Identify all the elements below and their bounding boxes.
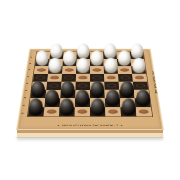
square-d5[interactable] — [76, 74, 90, 82]
square-b4[interactable] — [46, 82, 61, 90]
black-piece-g3[interactable] — [120, 81, 134, 98]
egg-engraving — [138, 110, 149, 114]
square-e1[interactable] — [90, 107, 106, 116]
white-piece-h6[interactable] — [132, 58, 145, 74]
square-e6[interactable] — [90, 66, 104, 74]
square-h5[interactable] — [132, 74, 147, 82]
egg-engraving — [108, 110, 118, 114]
square-h2[interactable] — [135, 98, 151, 107]
black-piece-h2[interactable] — [136, 89, 150, 106]
board-grid — [27, 52, 153, 117]
square-e7[interactable] — [90, 59, 104, 66]
square-h6[interactable] — [131, 66, 146, 74]
square-b2[interactable] — [44, 98, 60, 107]
checkers-board: ✳WWW.VELYKINIAISACHMATAI.LT✳ WWW.VELYKIN… — [16, 49, 164, 130]
square-g3[interactable] — [119, 90, 134, 98]
egg-engraving — [50, 76, 60, 79]
egg-engraving — [135, 76, 145, 79]
black-piece-e3[interactable] — [90, 81, 104, 98]
white-piece-h8[interactable] — [131, 43, 144, 58]
black-piece-a3[interactable] — [31, 81, 45, 98]
square-c6[interactable] — [62, 66, 76, 74]
square-g7[interactable] — [117, 59, 131, 66]
square-b6[interactable] — [48, 66, 63, 74]
egg-engraving — [49, 84, 59, 88]
bottom-frame-label: ✳WWW.VELYKINIAISACHMATAI.LT✳ — [47, 124, 132, 127]
square-c1[interactable] — [59, 107, 75, 116]
egg-engraving — [92, 76, 101, 79]
egg-engraving — [120, 68, 129, 71]
square-a3[interactable] — [31, 90, 47, 98]
square-d1[interactable] — [74, 107, 90, 116]
square-f5[interactable] — [104, 74, 119, 82]
square-e3[interactable] — [90, 90, 105, 98]
square-b1[interactable] — [43, 107, 59, 116]
egg-engraving — [77, 110, 87, 114]
white-piece-f8[interactable] — [104, 43, 117, 58]
black-piece-a1[interactable] — [29, 98, 44, 115]
egg-engraving — [107, 84, 117, 88]
white-piece-b6[interactable] — [48, 58, 61, 74]
egg-engraving — [64, 76, 74, 79]
egg-engraving — [136, 84, 146, 88]
white-piece-f6[interactable] — [104, 58, 117, 74]
white-piece-d6[interactable] — [76, 58, 89, 74]
black-piece-e1[interactable] — [90, 98, 105, 115]
white-piece-g7[interactable] — [118, 50, 131, 65]
square-d2[interactable] — [75, 98, 90, 107]
product-photo: ✳WWW.VELYKINIAISACHMATAI.LT✳ WWW.VELYKIN… — [0, 0, 180, 180]
ornament-icon: ✳ — [57, 124, 60, 127]
square-a1[interactable] — [28, 107, 45, 116]
egg-engraving — [121, 76, 131, 79]
white-piece-a7[interactable] — [36, 50, 49, 65]
square-h1[interactable] — [136, 107, 153, 116]
square-h4[interactable] — [133, 82, 148, 90]
right-frame-label: WWW.VELYKINIAISACHMATAI.LT — [152, 71, 158, 94]
egg-engraving — [92, 68, 101, 71]
square-g1[interactable] — [120, 107, 136, 116]
square-f2[interactable] — [105, 98, 121, 107]
square-g6[interactable] — [117, 66, 132, 74]
website-text: WWW.VELYKINIAISACHMATAI.LT — [62, 124, 119, 127]
egg-engraving — [78, 76, 87, 79]
square-f1[interactable] — [105, 107, 121, 116]
square-d6[interactable] — [76, 66, 90, 74]
egg-engraving — [37, 68, 47, 71]
black-piece-c3[interactable] — [61, 81, 75, 98]
black-piece-g1[interactable] — [121, 98, 136, 115]
white-piece-c7[interactable] — [63, 50, 76, 65]
black-piece-f2[interactable] — [106, 89, 120, 106]
black-piece-c1[interactable] — [59, 98, 74, 115]
square-c7[interactable] — [63, 59, 77, 66]
board-side-edge-light — [17, 133, 163, 138]
egg-engraving — [46, 110, 56, 114]
square-a6[interactable] — [34, 66, 49, 74]
square-b5[interactable] — [47, 74, 62, 82]
square-a7[interactable] — [35, 59, 50, 66]
egg-engraving — [78, 84, 88, 88]
egg-engraving — [65, 68, 74, 71]
white-piece-b8[interactable] — [50, 43, 63, 58]
black-piece-b2[interactable] — [45, 89, 59, 106]
square-c3[interactable] — [60, 90, 75, 98]
ornament-icon: ✳ — [120, 124, 123, 127]
white-piece-d8[interactable] — [77, 43, 90, 58]
white-piece-e7[interactable] — [90, 50, 103, 65]
black-piece-d2[interactable] — [75, 89, 89, 106]
egg-engraving — [36, 76, 46, 79]
egg-engraving — [106, 76, 116, 79]
square-f6[interactable] — [104, 66, 118, 74]
